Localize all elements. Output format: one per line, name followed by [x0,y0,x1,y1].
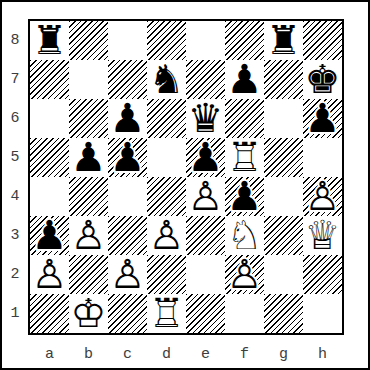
square-b3[interactable]: ♟♙ [69,216,108,255]
square-b1[interactable]: ♚♔ [69,294,108,333]
piece-outline-layer: ♙ [305,177,341,216]
piece-white-knight: ♞♘ [227,216,263,255]
piece-black-pawn: ♟ [305,99,341,138]
square-c1[interactable] [108,294,147,333]
square-h7[interactable]: ♚ [303,60,342,99]
file-label-c: c [108,342,147,366]
piece-black-pawn: ♟ [110,99,146,138]
square-c4[interactable] [108,177,147,216]
square-b6[interactable] [69,99,108,138]
piece-black-pawn: ♟ [32,216,68,255]
square-d5[interactable] [147,138,186,177]
square-f8[interactable] [225,21,264,60]
square-h4[interactable]: ♟♙ [303,177,342,216]
piece-black-king: ♚ [305,60,341,99]
square-a7[interactable] [30,60,69,99]
chess-diagram: 87654321 ♜♜♞♟♚♟♛♟♟♟♟♜♖♟♙♟♟♙♟♟♙♟♙♞♘♛♕♟♙♟♙… [0,0,370,370]
square-a5[interactable] [30,138,69,177]
piece-black-pawn: ♟ [71,138,107,177]
square-d7[interactable]: ♞ [147,60,186,99]
square-a2[interactable]: ♟♙ [30,255,69,294]
rank-label-1: 1 [2,294,28,333]
square-f1[interactable] [225,294,264,333]
square-g6[interactable] [264,99,303,138]
piece-black-pawn: ♟ [227,177,263,216]
file-label-d: d [147,342,186,366]
square-g8[interactable]: ♜ [264,21,303,60]
square-b7[interactable] [69,60,108,99]
square-c8[interactable] [108,21,147,60]
rank-label-4: 4 [2,177,28,216]
piece-black-rook: ♜ [266,21,302,60]
square-c7[interactable] [108,60,147,99]
square-f4[interactable]: ♟ [225,177,264,216]
square-a4[interactable] [30,177,69,216]
square-e5[interactable]: ♟ [186,138,225,177]
file-labels: abcdefgh [30,342,342,366]
square-d4[interactable] [147,177,186,216]
square-e2[interactable] [186,255,225,294]
square-g3[interactable] [264,216,303,255]
square-b4[interactable] [69,177,108,216]
piece-black-queen: ♛ [188,99,224,138]
piece-outline-layer: ♙ [32,255,68,294]
rank-labels: 87654321 [2,21,28,333]
file-label-a: a [30,342,69,366]
piece-outline-layer: ♖ [227,138,263,177]
piece-black-knight: ♞ [149,60,185,99]
square-f7[interactable]: ♟ [225,60,264,99]
piece-white-pawn: ♟♙ [110,255,146,294]
piece-outline-layer: ♙ [188,177,224,216]
square-c6[interactable]: ♟ [108,99,147,138]
piece-white-king: ♚♔ [71,294,107,333]
piece-white-pawn: ♟♙ [149,216,185,255]
square-d6[interactable] [147,99,186,138]
square-e1[interactable] [186,294,225,333]
file-label-b: b [69,342,108,366]
file-label-g: g [264,342,303,366]
square-h5[interactable] [303,138,342,177]
file-label-e: e [186,342,225,366]
rank-label-5: 5 [2,138,28,177]
square-g2[interactable] [264,255,303,294]
piece-black-pawn: ♟ [110,138,146,177]
square-d8[interactable] [147,21,186,60]
square-h1[interactable] [303,294,342,333]
square-d2[interactable] [147,255,186,294]
square-e8[interactable] [186,21,225,60]
square-c5[interactable]: ♟ [108,138,147,177]
square-h3[interactable]: ♛♕ [303,216,342,255]
square-g1[interactable] [264,294,303,333]
square-e7[interactable] [186,60,225,99]
chess-board: ♜♜♞♟♚♟♛♟♟♟♟♜♖♟♙♟♟♙♟♟♙♟♙♞♘♛♕♟♙♟♙♟♙♚♔♜♖ [28,19,344,335]
rank-label-7: 7 [2,60,28,99]
piece-white-pawn: ♟♙ [227,255,263,294]
piece-black-rook: ♜ [32,21,68,60]
file-label-h: h [303,342,342,366]
square-d1[interactable]: ♜♖ [147,294,186,333]
piece-white-rook: ♜♖ [227,138,263,177]
rank-label-2: 2 [2,255,28,294]
square-e6[interactable]: ♛ [186,99,225,138]
piece-white-pawn: ♟♙ [71,216,107,255]
square-f5[interactable]: ♜♖ [225,138,264,177]
square-d3[interactable]: ♟♙ [147,216,186,255]
piece-outline-layer: ♙ [227,255,263,294]
piece-outline-layer: ♙ [110,255,146,294]
file-label-f: f [225,342,264,366]
piece-outline-layer: ♙ [71,216,107,255]
square-h6[interactable]: ♟ [303,99,342,138]
square-g7[interactable] [264,60,303,99]
square-g5[interactable] [264,138,303,177]
square-a3[interactable]: ♟ [30,216,69,255]
piece-outline-layer: ♖ [149,294,185,333]
square-a1[interactable] [30,294,69,333]
piece-outline-layer: ♘ [227,216,263,255]
piece-black-pawn: ♟ [188,138,224,177]
piece-white-queen: ♛♕ [305,216,341,255]
piece-outline-layer: ♕ [305,216,341,255]
square-e3[interactable] [186,216,225,255]
piece-white-rook: ♜♖ [149,294,185,333]
rank-label-6: 6 [2,99,28,138]
piece-white-pawn: ♟♙ [188,177,224,216]
square-b2[interactable] [69,255,108,294]
piece-outline-layer: ♙ [149,216,185,255]
square-c2[interactable]: ♟♙ [108,255,147,294]
square-h2[interactable] [303,255,342,294]
square-g4[interactable] [264,177,303,216]
piece-black-pawn: ♟ [227,60,263,99]
square-f6[interactable] [225,99,264,138]
square-e4[interactable]: ♟♙ [186,177,225,216]
square-a8[interactable]: ♜ [30,21,69,60]
square-a6[interactable] [30,99,69,138]
rank-label-3: 3 [2,216,28,255]
square-c3[interactable] [108,216,147,255]
square-b8[interactable] [69,21,108,60]
square-h8[interactable] [303,21,342,60]
piece-white-pawn: ♟♙ [32,255,68,294]
piece-white-pawn: ♟♙ [305,177,341,216]
square-f2[interactable]: ♟♙ [225,255,264,294]
piece-outline-layer: ♔ [71,294,107,333]
square-f3[interactable]: ♞♘ [225,216,264,255]
rank-label-8: 8 [2,21,28,60]
square-b5[interactable]: ♟ [69,138,108,177]
